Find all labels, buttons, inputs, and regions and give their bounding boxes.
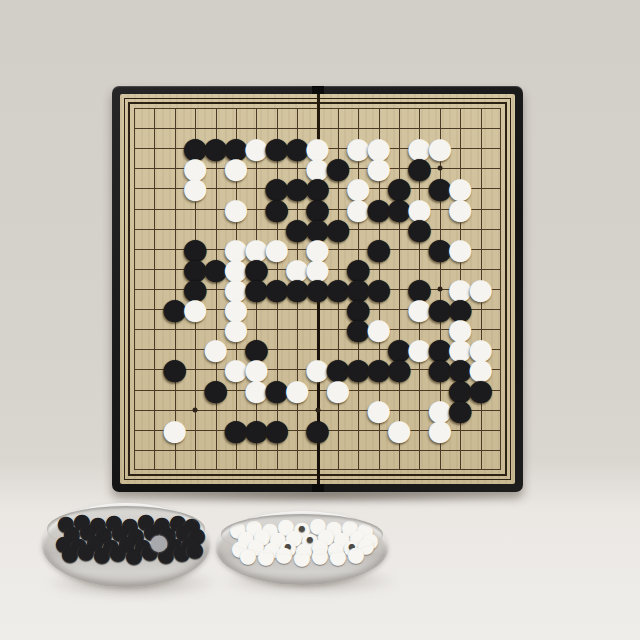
black-tray-rim — [47, 506, 205, 552]
board-face: ●●●●●●●●●●●●●●●●●●●●●●●●●●●●●●●●●●●●●●●●… — [120, 94, 515, 484]
white-stone: ● — [225, 198, 246, 219]
black-stone: ● — [470, 379, 491, 400]
black-stone: ● — [389, 359, 410, 380]
white-stone: ● — [429, 419, 450, 440]
white-stone: ● — [389, 419, 410, 440]
white-stone: ● — [450, 198, 471, 219]
black-stone: ● — [368, 238, 389, 259]
black-stone: ● — [307, 419, 328, 440]
hinge-notch-bottom — [312, 483, 324, 492]
white-stone-tray: ●●●●●●●●●●●●●●●●●●●●●●●●●●●●●●●●●● — [216, 511, 388, 585]
white-stone: ● — [287, 379, 308, 400]
white-tray-rim — [221, 514, 383, 555]
white-stone: ● — [429, 138, 450, 159]
black-stone-tray: ●●●●●●●●●●●●●●●●●●●●●●●●●●●●●●●●●●●● — [42, 503, 210, 587]
go-board: ●●●●●●●●●●●●●●●●●●●●●●●●●●●●●●●●●●●●●●●●… — [112, 86, 523, 492]
white-stone: ● — [225, 158, 246, 179]
black-stone: ● — [327, 218, 348, 239]
stones-layer: ●●●●●●●●●●●●●●●●●●●●●●●●●●●●●●●●●●●●●●●●… — [134, 108, 501, 470]
white-stone: ● — [185, 178, 206, 199]
white-stone: ● — [450, 238, 471, 259]
black-stone: ● — [205, 379, 226, 400]
white-stone: ● — [327, 379, 348, 400]
white-stone: ● — [185, 299, 206, 320]
photo-scene: ●●●●●●●●●●●●●●●●●●●●●●●●●●●●●●●●●●●●●●●●… — [0, 0, 640, 640]
white-stone: ● — [470, 279, 491, 300]
black-stone: ● — [368, 279, 389, 300]
black-stone: ● — [450, 399, 471, 420]
black-stone: ● — [164, 359, 185, 380]
white-stone: ● — [164, 419, 185, 440]
black-stone: ● — [266, 419, 287, 440]
